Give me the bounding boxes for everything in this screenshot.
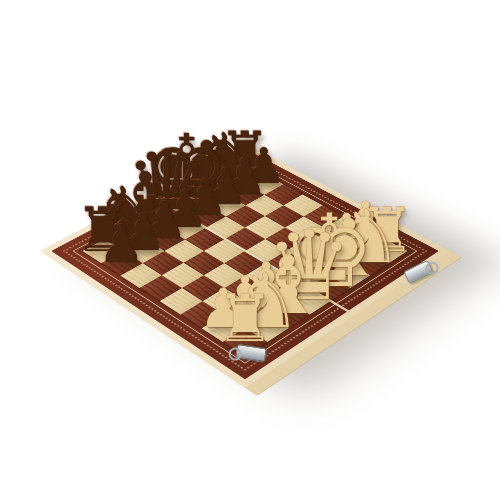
product-photo: ♜♞♝♛♚♝♞♜♟♟♟♟♟♟♟♟♟♟♟♟♟♟♟♟♜♞♝♛♚♝♞♜: [0, 0, 500, 500]
board-grid: [82, 164, 407, 357]
